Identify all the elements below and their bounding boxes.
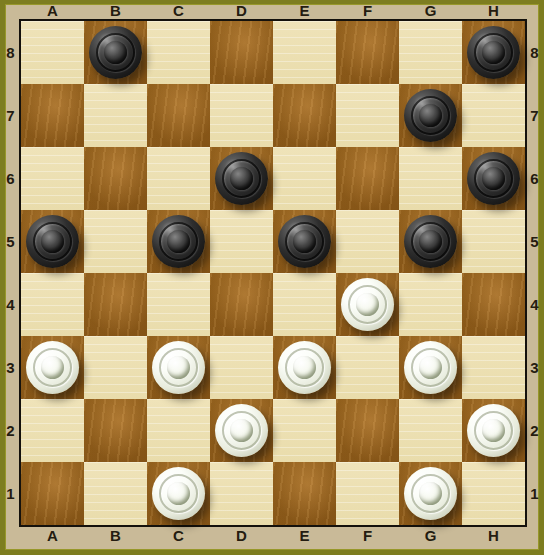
square-a8[interactable] [21, 21, 84, 84]
rank-labels-left-3: 3 [4, 336, 17, 399]
piece-white-man-f4[interactable] [341, 278, 394, 331]
checkers-app: AABBCCDDEEFFGGHH8877665544332211 [0, 0, 544, 555]
square-h4[interactable] [462, 273, 525, 336]
square-b4[interactable] [84, 273, 147, 336]
square-e1[interactable] [273, 462, 336, 525]
file-labels-top-e: E [273, 3, 336, 18]
black-checker-center [482, 167, 505, 190]
square-e4[interactable] [273, 273, 336, 336]
square-b5[interactable] [84, 210, 147, 273]
square-c4[interactable] [147, 273, 210, 336]
file-labels-bottom-e: E [273, 528, 336, 543]
white-checker-center [356, 293, 379, 316]
square-e5[interactable] [273, 210, 336, 273]
square-f1[interactable] [336, 462, 399, 525]
black-checker-center [482, 41, 505, 64]
rank-labels-right-5: 5 [528, 210, 541, 273]
rank-labels-left-6: 6 [4, 147, 17, 210]
square-c1[interactable] [147, 462, 210, 525]
black-checker-center [419, 230, 442, 253]
square-c7[interactable] [147, 84, 210, 147]
square-f6[interactable] [336, 147, 399, 210]
square-h1[interactable] [462, 462, 525, 525]
rank-labels-left-8: 8 [4, 21, 17, 84]
square-e3[interactable] [273, 336, 336, 399]
rank-labels-right-4: 4 [528, 273, 541, 336]
square-e2[interactable] [273, 399, 336, 462]
square-g3[interactable] [399, 336, 462, 399]
square-b6[interactable] [84, 147, 147, 210]
square-a7[interactable] [21, 84, 84, 147]
file-labels-top-b: B [84, 3, 147, 18]
square-d6[interactable] [210, 147, 273, 210]
square-h5[interactable] [462, 210, 525, 273]
square-a5[interactable] [21, 210, 84, 273]
square-b8[interactable] [84, 21, 147, 84]
square-a6[interactable] [21, 147, 84, 210]
rank-labels-left-5: 5 [4, 210, 17, 273]
black-checker-center [104, 41, 127, 64]
square-c3[interactable] [147, 336, 210, 399]
rank-labels-left-1: 1 [4, 462, 17, 525]
square-h3[interactable] [462, 336, 525, 399]
piece-black-man-h8[interactable] [467, 26, 520, 79]
square-f7[interactable] [336, 84, 399, 147]
square-c6[interactable] [147, 147, 210, 210]
file-labels-top-h: H [462, 3, 525, 18]
file-labels-bottom-f: F [336, 528, 399, 543]
square-f8[interactable] [336, 21, 399, 84]
white-checker-center [419, 482, 442, 505]
white-checker-center [482, 419, 505, 442]
square-e6[interactable] [273, 147, 336, 210]
square-e8[interactable] [273, 21, 336, 84]
rank-labels-right-3: 3 [528, 336, 541, 399]
file-labels-bottom-b: B [84, 528, 147, 543]
square-d8[interactable] [210, 21, 273, 84]
piece-white-man-e3[interactable] [278, 341, 331, 394]
square-d7[interactable] [210, 84, 273, 147]
black-checker-center [230, 167, 253, 190]
white-checker-center [293, 356, 316, 379]
white-checker-center [167, 356, 190, 379]
piece-black-man-b8[interactable] [89, 26, 142, 79]
rank-labels-right-8: 8 [528, 21, 541, 84]
file-labels-top-d: D [210, 3, 273, 18]
square-f3[interactable] [336, 336, 399, 399]
square-g5[interactable] [399, 210, 462, 273]
square-g8[interactable] [399, 21, 462, 84]
square-h2[interactable] [462, 399, 525, 462]
square-b2[interactable] [84, 399, 147, 462]
square-d2[interactable] [210, 399, 273, 462]
white-checker-center [167, 482, 190, 505]
piece-black-man-g7[interactable] [404, 89, 457, 142]
square-g2[interactable] [399, 399, 462, 462]
file-labels-top-g: G [399, 3, 462, 18]
piece-black-man-d6[interactable] [215, 152, 268, 205]
rank-labels-right-2: 2 [528, 399, 541, 462]
rank-labels-right-6: 6 [528, 147, 541, 210]
square-b3[interactable] [84, 336, 147, 399]
black-checker-center [41, 230, 64, 253]
piece-white-man-g3[interactable] [404, 341, 457, 394]
piece-black-man-a5[interactable] [26, 215, 79, 268]
square-b1[interactable] [84, 462, 147, 525]
file-labels-bottom-d: D [210, 528, 273, 543]
square-a4[interactable] [21, 273, 84, 336]
square-g4[interactable] [399, 273, 462, 336]
square-c8[interactable] [147, 21, 210, 84]
square-g6[interactable] [399, 147, 462, 210]
square-h8[interactable] [462, 21, 525, 84]
piece-white-man-g1[interactable] [404, 467, 457, 520]
square-c2[interactable] [147, 399, 210, 462]
square-h6[interactable] [462, 147, 525, 210]
black-checker-center [419, 104, 442, 127]
file-labels-bottom-c: C [147, 528, 210, 543]
piece-white-man-d2[interactable] [215, 404, 268, 457]
rank-labels-left-4: 4 [4, 273, 17, 336]
square-h7[interactable] [462, 84, 525, 147]
square-f4[interactable] [336, 273, 399, 336]
square-e7[interactable] [273, 84, 336, 147]
piece-black-man-h6[interactable] [467, 152, 520, 205]
file-labels-top-c: C [147, 3, 210, 18]
square-f5[interactable] [336, 210, 399, 273]
piece-black-man-g5[interactable] [404, 215, 457, 268]
piece-white-man-c3[interactable] [152, 341, 205, 394]
square-g1[interactable] [399, 462, 462, 525]
file-labels-top-f: F [336, 3, 399, 18]
piece-white-man-c1[interactable] [152, 467, 205, 520]
white-checker-center [41, 356, 64, 379]
square-d4[interactable] [210, 273, 273, 336]
square-g7[interactable] [399, 84, 462, 147]
file-labels-bottom-g: G [399, 528, 462, 543]
rank-labels-left-7: 7 [4, 84, 17, 147]
square-f2[interactable] [336, 399, 399, 462]
square-a3[interactable] [21, 336, 84, 399]
square-d1[interactable] [210, 462, 273, 525]
square-b7[interactable] [84, 84, 147, 147]
square-a2[interactable] [21, 399, 84, 462]
piece-white-man-h2[interactable] [467, 404, 520, 457]
piece-black-man-e5[interactable] [278, 215, 331, 268]
rank-labels-left-2: 2 [4, 399, 17, 462]
square-d3[interactable] [210, 336, 273, 399]
rank-labels-right-7: 7 [528, 84, 541, 147]
rank-labels-right-1: 1 [528, 462, 541, 525]
file-labels-bottom-h: H [462, 528, 525, 543]
square-a1[interactable] [21, 462, 84, 525]
square-d5[interactable] [210, 210, 273, 273]
white-checker-center [230, 419, 253, 442]
file-labels-top-a: A [21, 3, 84, 18]
white-checker-center [419, 356, 442, 379]
checkers-board [19, 19, 527, 527]
piece-black-man-c5[interactable] [152, 215, 205, 268]
file-labels-bottom-a: A [21, 528, 84, 543]
black-checker-center [167, 230, 190, 253]
square-c5[interactable] [147, 210, 210, 273]
piece-white-man-a3[interactable] [26, 341, 79, 394]
black-checker-center [293, 230, 316, 253]
